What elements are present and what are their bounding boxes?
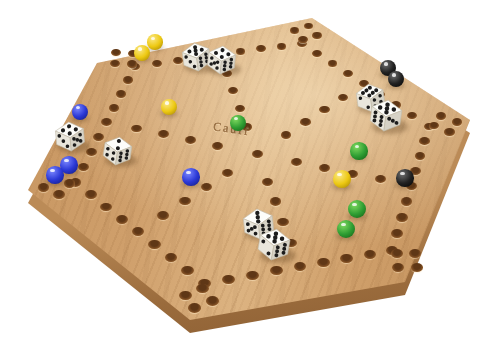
board-hole: [312, 50, 322, 57]
board-hole: [411, 263, 423, 272]
board-hole: [364, 250, 376, 259]
die: [104, 137, 131, 167]
board-hole: [319, 164, 330, 172]
board-hole: [452, 118, 462, 126]
board-hole: [131, 125, 142, 133]
board-hole: [116, 215, 128, 224]
board-hole: [179, 197, 191, 206]
board-hole: [165, 253, 178, 262]
board-hole: [116, 90, 126, 98]
board-hole: [78, 163, 89, 171]
board-hole: [340, 254, 352, 263]
board-hole: [181, 266, 194, 275]
die: [371, 100, 401, 133]
marble-black: [388, 71, 404, 87]
board-hole: [419, 137, 430, 145]
board-hole: [396, 213, 408, 222]
board-hole: [185, 136, 196, 144]
marble-yellow: [134, 45, 150, 61]
marble-yellow: [147, 34, 163, 50]
board-hole: [157, 211, 169, 220]
board-hole: [415, 152, 426, 160]
die: [56, 122, 84, 153]
board-hole: [312, 32, 321, 39]
board-hole: [158, 130, 169, 138]
board-hole: [252, 150, 263, 158]
board-hole: [148, 240, 160, 249]
marble-blue: [182, 168, 200, 186]
board-hole: [111, 49, 121, 56]
board-hole: [401, 197, 412, 205]
board-hole: [343, 70, 353, 77]
board-hole: [300, 118, 311, 126]
marble-yellow: [333, 170, 351, 188]
board-hole: [317, 258, 329, 267]
board-hole: [222, 275, 235, 284]
board-hole: [173, 57, 183, 64]
board-hole: [277, 218, 289, 227]
board-hole: [277, 43, 287, 50]
marble-green: [348, 200, 366, 218]
board-hole: [64, 179, 76, 188]
board-hole: [127, 60, 137, 67]
board-hole: [123, 76, 133, 83]
board-game-photo: Cauff: [0, 0, 500, 338]
board-hole: [444, 128, 455, 136]
board-hole: [391, 249, 403, 258]
board-hole: [319, 106, 329, 114]
board-hole: [206, 296, 219, 306]
board-hole: [328, 60, 338, 67]
die: [259, 229, 289, 262]
board-hole: [110, 60, 120, 67]
marble-black: [396, 169, 414, 187]
board-hole: [392, 263, 404, 272]
board-hole: [262, 178, 273, 186]
die: [208, 46, 235, 76]
board-hole: [281, 131, 292, 139]
board-hole: [270, 197, 282, 205]
board-hole: [101, 118, 112, 126]
board-hole: [212, 142, 223, 150]
marble-blue: [46, 166, 64, 184]
board-hole: [179, 291, 192, 300]
board-hole: [196, 284, 209, 293]
board-hole: [109, 104, 120, 112]
board-hole: [436, 112, 446, 120]
board-hole: [246, 271, 259, 280]
die: [183, 43, 210, 73]
board-hole: [53, 190, 65, 199]
board-hole: [391, 229, 403, 238]
board-hole: [152, 60, 162, 67]
board-hole: [85, 190, 97, 199]
marble-green: [350, 142, 367, 159]
